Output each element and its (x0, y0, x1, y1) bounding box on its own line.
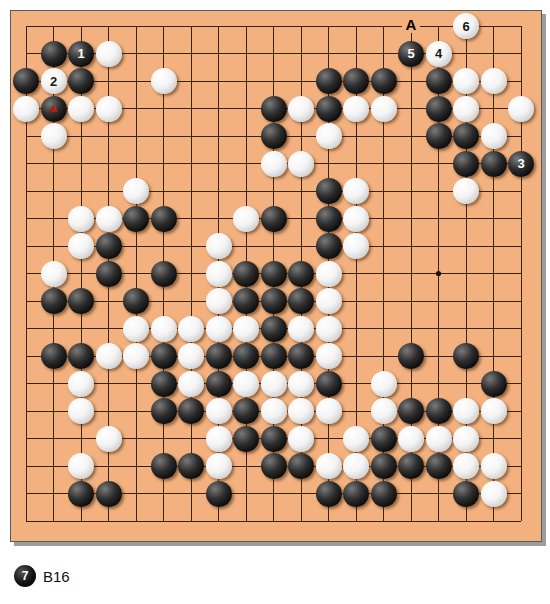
stone-white-B17: 2 (41, 68, 67, 94)
move-number-1: 1 (77, 47, 84, 60)
stone-black-J7 (233, 343, 259, 369)
stone-white-M7 (316, 343, 342, 369)
stone-white-O16 (371, 96, 397, 122)
stone-white-L8 (288, 316, 314, 342)
stone-white-S2 (481, 481, 507, 507)
stone-white-D16 (96, 96, 122, 122)
stone-white-H8 (206, 316, 232, 342)
stone-white-D12 (96, 206, 122, 232)
move-7-number: 7 (22, 570, 29, 582)
stone-black-P18: 5 (398, 41, 424, 67)
stone-white-M15 (316, 123, 342, 149)
stone-white-D7 (96, 343, 122, 369)
stone-black-K9 (261, 288, 287, 314)
stone-white-C11 (68, 233, 94, 259)
stone-white-K14 (261, 151, 287, 177)
stone-white-O6 (371, 371, 397, 397)
stone-black-C2 (68, 481, 94, 507)
stone-black-M2 (316, 481, 342, 507)
stone-white-R13 (453, 178, 479, 204)
stone-white-H4 (206, 426, 232, 452)
stone-white-H10 (206, 261, 232, 287)
stone-white-C16 (68, 96, 94, 122)
move-number-6: 6 (462, 20, 469, 33)
stone-white-H5 (206, 398, 232, 424)
triangle-marker: ▲ (48, 102, 60, 114)
stone-white-S3 (481, 453, 507, 479)
stone-white-E13 (123, 178, 149, 204)
move-number-4: 4 (435, 47, 442, 60)
stone-black-H2 (206, 481, 232, 507)
stone-white-M3 (316, 453, 342, 479)
stone-white-S17 (481, 68, 507, 94)
stone-white-E8 (123, 316, 149, 342)
stone-black-R14 (453, 151, 479, 177)
stone-black-Q17 (426, 68, 452, 94)
stone-black-F5 (151, 398, 177, 424)
stone-black-K10 (261, 261, 287, 287)
stone-white-R16 (453, 96, 479, 122)
go-diagram-page: { "game": "go", "board": { "size": 19, "… (0, 0, 550, 604)
stone-black-F6 (151, 371, 177, 397)
stone-white-L5 (288, 398, 314, 424)
stone-white-R3 (453, 453, 479, 479)
stone-black-J4 (233, 426, 259, 452)
stone-black-L9 (288, 288, 314, 314)
stone-white-N4 (343, 426, 369, 452)
stone-black-N2 (343, 481, 369, 507)
stone-black-C9 (68, 288, 94, 314)
stone-white-O5 (371, 398, 397, 424)
stone-black-M16 (316, 96, 342, 122)
stone-black-S6 (481, 371, 507, 397)
stone-black-K8 (261, 316, 287, 342)
stone-white-N16 (343, 96, 369, 122)
stone-white-H9 (206, 288, 232, 314)
stone-white-R19: 6 (453, 13, 479, 39)
stone-black-M13 (316, 178, 342, 204)
stone-white-B10 (41, 261, 67, 287)
stone-white-J8 (233, 316, 259, 342)
stone-black-O4 (371, 426, 397, 452)
stone-black-L3 (288, 453, 314, 479)
stone-black-K4 (261, 426, 287, 452)
stone-black-K15 (261, 123, 287, 149)
stone-black-R2 (453, 481, 479, 507)
go-board[interactable]: 61542▲3 A (10, 10, 542, 542)
stone-white-M10 (316, 261, 342, 287)
stone-black-E12 (123, 206, 149, 232)
stone-white-H11 (206, 233, 232, 259)
stone-black-B7 (41, 343, 67, 369)
stone-black-K7 (261, 343, 287, 369)
stone-white-C12 (68, 206, 94, 232)
stone-white-N13 (343, 178, 369, 204)
stone-black-B16: ▲ (41, 96, 67, 122)
stone-black-K16 (261, 96, 287, 122)
stone-white-S15 (481, 123, 507, 149)
stone-black-J10 (233, 261, 259, 287)
stone-black-A17 (13, 68, 39, 94)
stone-white-N3 (343, 453, 369, 479)
stone-black-J9 (233, 288, 259, 314)
stone-white-J12 (233, 206, 259, 232)
stone-black-M6 (316, 371, 342, 397)
stone-black-Q5 (426, 398, 452, 424)
stone-black-C17 (68, 68, 94, 94)
stone-white-N12 (343, 206, 369, 232)
stone-white-C6 (68, 371, 94, 397)
stone-black-R15 (453, 123, 479, 149)
stone-white-K6 (261, 371, 287, 397)
stone-white-C5 (68, 398, 94, 424)
stone-white-C3 (68, 453, 94, 479)
stone-white-G8 (178, 316, 204, 342)
stone-black-D11 (96, 233, 122, 259)
stone-black-T14: 3 (508, 151, 534, 177)
move-number-3: 3 (517, 157, 524, 170)
stone-white-L6 (288, 371, 314, 397)
stone-black-D10 (96, 261, 122, 287)
stone-black-F7 (151, 343, 177, 369)
stone-white-L14 (288, 151, 314, 177)
stone-black-G3 (178, 453, 204, 479)
stone-black-Q15 (426, 123, 452, 149)
stone-black-P7 (398, 343, 424, 369)
stone-black-L7 (288, 343, 314, 369)
stone-black-O2 (371, 481, 397, 507)
stone-white-H3 (206, 453, 232, 479)
diagram-caption: 7 B16 (14, 564, 70, 588)
stone-black-F3 (151, 453, 177, 479)
stone-white-R4 (453, 426, 479, 452)
stone-white-F8 (151, 316, 177, 342)
stone-black-C18: 1 (68, 41, 94, 67)
stone-black-B9 (41, 288, 67, 314)
stone-black-P5 (398, 398, 424, 424)
stone-black-M12 (316, 206, 342, 232)
stone-white-N11 (343, 233, 369, 259)
stone-white-B15 (41, 123, 67, 149)
stone-white-L4 (288, 426, 314, 452)
stone-black-P3 (398, 453, 424, 479)
stone-white-P4 (398, 426, 424, 452)
stone-white-T16 (508, 96, 534, 122)
stone-white-J6 (233, 371, 259, 397)
stone-black-H7 (206, 343, 232, 369)
stone-white-R5 (453, 398, 479, 424)
stone-white-Q4 (426, 426, 452, 452)
stone-black-O17 (371, 68, 397, 94)
stone-black-Q16 (426, 96, 452, 122)
stone-white-Q18: 4 (426, 41, 452, 67)
move-7-coordinate: B16 (43, 568, 70, 585)
stone-black-E9 (123, 288, 149, 314)
stone-black-H6 (206, 371, 232, 397)
stone-black-K3 (261, 453, 287, 479)
stone-black-D2 (96, 481, 122, 507)
move-number-5: 5 (407, 47, 414, 60)
stone-white-S5 (481, 398, 507, 424)
stone-white-D18 (96, 41, 122, 67)
stone-white-G7 (178, 343, 204, 369)
stone-white-K5 (261, 398, 287, 424)
stone-black-J5 (233, 398, 259, 424)
stone-black-O3 (371, 453, 397, 479)
stone-black-C7 (68, 343, 94, 369)
stone-white-L16 (288, 96, 314, 122)
stone-black-B18 (41, 41, 67, 67)
move-number-2: 2 (50, 75, 57, 88)
stone-black-M11 (316, 233, 342, 259)
stone-white-F17 (151, 68, 177, 94)
stone-white-M8 (316, 316, 342, 342)
stone-white-D4 (96, 426, 122, 452)
stone-black-G5 (178, 398, 204, 424)
stone-white-M9 (316, 288, 342, 314)
stone-black-S14 (481, 151, 507, 177)
stone-black-F12 (151, 206, 177, 232)
stone-white-G6 (178, 371, 204, 397)
star-point-Q10 (436, 271, 441, 276)
stone-white-M5 (316, 398, 342, 424)
stone-white-A16 (13, 96, 39, 122)
stone-black-L10 (288, 261, 314, 287)
point-label-A: A (402, 16, 420, 33)
stone-black-M17 (316, 68, 342, 94)
stone-black-F10 (151, 261, 177, 287)
move-7-disc: 7 (14, 565, 36, 587)
stone-black-R7 (453, 343, 479, 369)
stone-black-K12 (261, 206, 287, 232)
stone-white-E7 (123, 343, 149, 369)
stone-black-N17 (343, 68, 369, 94)
stone-black-Q3 (426, 453, 452, 479)
stone-white-R17 (453, 68, 479, 94)
